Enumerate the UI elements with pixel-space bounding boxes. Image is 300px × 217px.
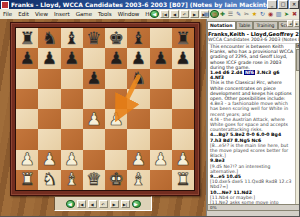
square-c6[interactable]: [61, 69, 83, 89]
piece-P[interactable]: ♟: [86, 111, 101, 128]
square-d7[interactable]: [83, 48, 105, 68]
back-button[interactable]: ◀: [88, 200, 97, 208]
square-a8[interactable]: ♜: [16, 28, 38, 48]
piece-n[interactable]: ♞: [131, 70, 146, 87]
square-d1[interactable]: ♛: [83, 170, 105, 190]
square-f2[interactable]: ♟: [127, 150, 149, 170]
notation-body: Franks,Keith - Lloyd,Geoffrey 2157 1-0 W…: [207, 29, 300, 211]
square-h7[interactable]: ♟: [172, 48, 194, 68]
board-pane: ♜♞♝♛♚♝♜♟♟♟♟♟♟♟♟♞♟♟♟♟♟♟♟♟♜♞♝♛♚♝♜ ◀|◀◀↶▶▶|…: [0, 19, 206, 217]
save-icon[interactable]: ✚: [219, 10, 226, 18]
piece-P[interactable]: ♟: [109, 111, 124, 128]
notation-scrollbar[interactable]: ▲ ▼: [295, 43, 300, 209]
square-f6[interactable]: ♞: [127, 69, 149, 89]
piece-b[interactable]: ♝: [131, 30, 146, 47]
minimize-button[interactable]: _: [267, 0, 277, 9]
square-h5[interactable]: [172, 89, 194, 109]
piece-k[interactable]: ♚: [109, 30, 124, 47]
piece-B[interactable]: ♝: [131, 171, 146, 188]
square-c1[interactable]: ♝: [61, 170, 83, 190]
cut-icon[interactable]: ✂: [243, 10, 250, 18]
notation-line[interactable]: [10.dxe5 dxe5 11.Qxd8 Rxd8 12.c3 Nbd7=]: [210, 179, 294, 189]
square-b5[interactable]: [38, 89, 60, 109]
piece-q[interactable]: ♛: [86, 30, 101, 47]
square-d6[interactable]: ♟: [83, 69, 105, 89]
chess-program-window: Franks - Lloyd, WCCA Candidates 2003-6 2…: [0, 0, 300, 217]
menu-view[interactable]: View: [34, 11, 49, 17]
notation-line[interactable]: 4.Be3 - a fashionable move which has bee…: [210, 101, 294, 117]
piece-P[interactable]: ♟: [153, 151, 168, 168]
square-h4[interactable]: [172, 109, 194, 129]
panel-status: 0%: [208, 204, 300, 210]
square-a4[interactable]: [16, 109, 38, 129]
go-icon[interactable]: ➤: [283, 10, 290, 18]
piece-p[interactable]: ♟: [109, 50, 124, 67]
square-e1[interactable]: ♚: [105, 170, 127, 190]
tab-scroll-left-button[interactable]: ◄: [287, 20, 293, 27]
piece-p[interactable]: ♟: [131, 50, 146, 67]
square-b6[interactable]: [38, 69, 60, 89]
close-button[interactable]: ✕: [289, 0, 299, 9]
piece-r[interactable]: ♜: [20, 30, 35, 47]
square-a2[interactable]: ♟: [16, 150, 38, 170]
square-b1[interactable]: ♞: [38, 170, 60, 190]
piece-p[interactable]: ♟: [64, 50, 79, 67]
square-g2[interactable]: ♟: [150, 150, 172, 170]
square-e7[interactable]: ♟: [105, 48, 127, 68]
square-c4[interactable]: [61, 109, 83, 129]
square-h6[interactable]: [172, 69, 194, 89]
piece-p[interactable]: ♟: [86, 70, 101, 87]
game-event: WCCA Candidates 2003-6 2003 (Notes by Ia…: [208, 37, 300, 42]
square-b7[interactable]: ♟: [38, 48, 60, 68]
square-f5[interactable]: [127, 89, 149, 109]
back-button[interactable]: ◀: [170, 10, 179, 18]
engine-icon[interactable]: ◉: [267, 10, 274, 18]
piece-R[interactable]: ♜: [20, 171, 35, 188]
notation-text[interactable]: This encounter is between Keith Franks, …: [209, 43, 295, 209]
square-b3[interactable]: [38, 129, 60, 149]
square-g5[interactable]: [150, 89, 172, 109]
tab-training[interactable]: Training: [253, 21, 277, 29]
open-icon[interactable]: ▦: [211, 10, 218, 18]
square-e8[interactable]: ♚: [105, 28, 127, 48]
tab-scrollers: ◄ ►: [287, 20, 300, 27]
takeback-button[interactable]: ◀: [66, 200, 75, 208]
piece-p[interactable]: ♟: [175, 50, 190, 67]
takeback-button[interactable]: ◀: [150, 10, 159, 18]
piece-p[interactable]: ♟: [153, 50, 168, 67]
square-b4[interactable]: [38, 109, 60, 129]
square-c3[interactable]: [61, 129, 83, 149]
square-d5[interactable]: [83, 89, 105, 109]
piece-p[interactable]: ♟: [42, 50, 57, 67]
menu-items: FileEditViewInsertGameToolsWindowHelp: [2, 9, 159, 19]
board-frame: ♜♞♝♛♚♝♜♟♟♟♟♟♟♟♟♞♟♟♟♟♟♟♟♟♜♞♝♛♚♝♜: [10, 22, 200, 196]
square-g7[interactable]: ♟: [150, 48, 172, 68]
square-a5[interactable]: [16, 89, 38, 109]
square-f8[interactable]: ♝: [127, 28, 149, 48]
window-title: Franks - Lloyd, WCCA Candidates 2003-6 2…: [11, 1, 267, 8]
first-move-button[interactable]: |◀: [77, 200, 86, 208]
notation-line[interactable]: This is the Classical Pirc, where White …: [210, 80, 294, 101]
unplay-button[interactable]: ↶: [180, 10, 189, 18]
square-g1[interactable]: [150, 170, 172, 190]
square-g3[interactable]: [150, 129, 172, 149]
unplay-button[interactable]: ↶: [99, 200, 108, 208]
square-c8[interactable]: ♝: [61, 28, 83, 48]
last-move-button[interactable]: ▶|: [121, 200, 130, 208]
piece-R[interactable]: ♜: [175, 171, 190, 188]
selected-move[interactable]: Nf6: [244, 70, 255, 75]
notation-line[interactable]: [8...e5!? is the main line here, but the…: [210, 143, 294, 159]
square-h1[interactable]: ♜: [172, 170, 194, 190]
piece-b[interactable]: ♝: [64, 30, 79, 47]
app-icon: [1, 1, 9, 9]
menu-window[interactable]: Window: [117, 11, 141, 17]
replay-button[interactable]: ▶: [132, 200, 141, 208]
piece-P[interactable]: ♟: [64, 151, 79, 168]
notation-line[interactable]: This encounter is between Keith Franks, …: [210, 44, 294, 70]
notation-panel: NotationTableTrainingScore sheetOpening …: [206, 19, 300, 217]
piece-P[interactable]: ♟: [175, 151, 190, 168]
new-board-icon[interactable]: ▤: [203, 10, 210, 18]
square-c2[interactable]: ♟: [61, 150, 83, 170]
piece-B[interactable]: ♝: [64, 171, 79, 188]
square-e2[interactable]: [105, 150, 127, 170]
square-e6[interactable]: [105, 69, 127, 89]
square-f3[interactable]: [127, 129, 149, 149]
square-g8[interactable]: [150, 28, 172, 48]
piece-r[interactable]: ♜: [175, 30, 190, 47]
menu-game[interactable]: Game: [75, 11, 93, 17]
scrollbar-thumb[interactable]: [296, 49, 300, 71]
square-d3[interactable]: [83, 129, 105, 149]
piece-P[interactable]: ♟: [20, 151, 35, 168]
database-icon[interactable]: ▥: [275, 10, 282, 18]
forward-button[interactable]: ▶: [110, 200, 119, 208]
square-e3[interactable]: [105, 129, 127, 149]
flip-icon[interactable]: ↻: [259, 10, 266, 18]
square-c7[interactable]: ♟: [61, 48, 83, 68]
square-c5[interactable]: [61, 89, 83, 109]
square-g4[interactable]: [150, 109, 172, 129]
piece-Q[interactable]: ♛: [86, 171, 101, 188]
square-b2[interactable]: ♟: [38, 150, 60, 170]
square-h2[interactable]: ♟: [172, 150, 194, 170]
square-b8[interactable]: ♞: [38, 28, 60, 48]
square-e4[interactable]: ♟: [105, 109, 127, 129]
tab-table[interactable]: Table: [236, 21, 254, 29]
notation-line[interactable]: [9.d5 Ne7!? an interesting alternative.]: [210, 164, 294, 174]
tab-notation[interactable]: Notation: [207, 21, 236, 29]
piece-p[interactable]: ♟: [20, 50, 35, 67]
move-navigation-bar: ◀|◀◀↶▶▶|▶: [54, 196, 152, 211]
menu-tools[interactable]: Tools: [97, 11, 113, 17]
piece-P[interactable]: ♟: [131, 151, 146, 168]
notation-line[interactable]: 4.f4 - the Austrian Attack, where White …: [210, 117, 294, 133]
square-f4[interactable]: [127, 109, 149, 129]
square-h3[interactable]: [172, 129, 194, 149]
square-h8[interactable]: ♜: [172, 28, 194, 48]
top-icon-toolbar: ▤▦✚☰✎✂★↻◉▥➤✖: [203, 10, 298, 18]
first-move-button[interactable]: |◀: [160, 10, 169, 18]
square-d8[interactable]: ♛: [83, 28, 105, 48]
piece-N[interactable]: ♞: [42, 171, 57, 188]
square-a6[interactable]: [16, 69, 38, 89]
square-d2[interactable]: [83, 150, 105, 170]
piece-K[interactable]: ♚: [109, 171, 124, 188]
close-game-icon[interactable]: ✖: [291, 10, 298, 18]
piece-P[interactable]: ♟: [42, 151, 57, 168]
square-e5[interactable]: [105, 89, 127, 109]
menu-insert[interactable]: Insert: [53, 11, 71, 17]
menu-file[interactable]: File: [2, 11, 13, 17]
square-d4[interactable]: ♟: [83, 109, 105, 129]
tab-scroll-right-button[interactable]: ►: [294, 20, 300, 27]
square-f1[interactable]: ♝: [127, 170, 149, 190]
title-bar: Franks - Lloyd, WCCA Candidates 2003-6 2…: [0, 0, 300, 9]
square-a1[interactable]: ♜: [16, 170, 38, 190]
menu-edit[interactable]: Edit: [17, 11, 30, 17]
piece-n[interactable]: ♞: [42, 30, 57, 47]
notation-line[interactable]: 4...Bg7 5.Be2 0-0 6.0-0 Bg4 7.h3 Bd7 8.N…: [210, 132, 294, 142]
square-a7[interactable]: ♟: [16, 48, 38, 68]
scroll-up-icon[interactable]: ▲: [296, 43, 300, 48]
square-g6[interactable]: [150, 69, 172, 89]
edit-icon[interactable]: ✎: [235, 10, 242, 18]
square-a3[interactable]: [16, 129, 38, 149]
print-icon[interactable]: ☰: [227, 10, 234, 18]
chess-board[interactable]: ♜♞♝♛♚♝♜♟♟♟♟♟♟♟♟♞♟♟♟♟♟♟♟♟♜♞♝♛♚♝♜: [15, 27, 195, 191]
maximize-button[interactable]: □: [278, 0, 288, 9]
star-icon[interactable]: ★: [251, 10, 258, 18]
game-header: Franks,Keith - Lloyd,Geoffrey 2157 1-0 W…: [208, 30, 300, 44]
notation-line[interactable]: 1.e4 d6 2.d4 Nf6 3.Nc3 g6 4.Nf3: [210, 70, 294, 80]
square-f7[interactable]: ♟: [127, 48, 149, 68]
forward-button[interactable]: ▶: [190, 10, 199, 18]
